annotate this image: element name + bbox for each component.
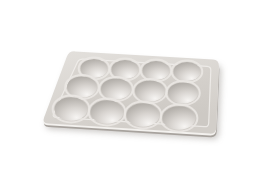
muffin-cup: [99, 77, 133, 101]
muffin-pan-illustration: Light grey twelve-cup muffin baking pan …: [0, 0, 260, 190]
muffin-cup: [53, 96, 90, 123]
muffin-cup: [161, 105, 198, 132]
muffin-cup: [133, 79, 167, 103]
product-photo: Light grey twelve-cup muffin baking pan …: [0, 0, 260, 190]
muffin-cup: [141, 60, 172, 82]
muffin-cup: [172, 61, 203, 83]
muffin-cup: [125, 102, 162, 129]
muffin-cup: [166, 81, 200, 105]
muffin-cup: [89, 99, 126, 126]
muffin-cup: [79, 58, 110, 80]
